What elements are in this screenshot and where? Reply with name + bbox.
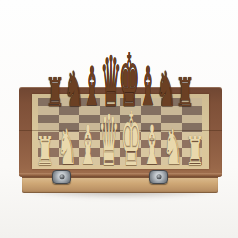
- board-square: ♞: [59, 98, 80, 106]
- board-square: ♛: [100, 98, 121, 106]
- board-square: [100, 132, 121, 140]
- board-square: [79, 106, 100, 114]
- latch-right: [149, 170, 168, 184]
- board-square: ♜: [182, 157, 203, 165]
- board-square: [182, 140, 203, 148]
- board-square: [161, 106, 182, 114]
- board-square: [38, 106, 59, 114]
- board-square: ♜: [182, 98, 203, 106]
- board-square: ♚: [120, 157, 141, 165]
- board-square: ♞: [161, 157, 182, 165]
- board-square: [100, 106, 121, 114]
- board-square: [182, 115, 203, 123]
- board-square: [59, 148, 80, 156]
- board-square: [161, 115, 182, 123]
- board-square: ♞: [161, 98, 182, 106]
- board-square: ♝: [79, 98, 100, 106]
- board-square: [141, 106, 162, 114]
- board-square: [79, 132, 100, 140]
- board-square: [79, 140, 100, 148]
- board-square: ♜: [38, 157, 59, 165]
- board-square: [120, 132, 141, 140]
- board-square: [100, 115, 121, 123]
- board-square: [141, 140, 162, 148]
- board-square: [161, 148, 182, 156]
- board-square: [79, 148, 100, 156]
- board-square: [38, 148, 59, 156]
- board-square: [79, 115, 100, 123]
- board-square: [141, 132, 162, 140]
- latch-left: [52, 170, 71, 184]
- board-square: [38, 132, 59, 140]
- chess-board: ♜♞♝♛♚♝♞♜♜♞♝♛♚♝♞♜: [38, 98, 202, 165]
- board-square: [161, 132, 182, 140]
- board-square: ♜: [38, 98, 59, 106]
- board-square: [38, 140, 59, 148]
- board-square: [120, 140, 141, 148]
- board-square: ♞: [59, 157, 80, 165]
- fold-seam: [19, 130, 222, 131]
- board-square: [59, 115, 80, 123]
- board-square: [182, 148, 203, 156]
- board-square: [59, 106, 80, 114]
- board-square: [141, 148, 162, 156]
- board-square: ♝: [141, 98, 162, 106]
- board-square: [161, 140, 182, 148]
- board-square: [120, 115, 141, 123]
- board-square: ♚: [120, 98, 141, 106]
- board-square: ♛: [100, 157, 121, 165]
- board-square: [100, 140, 121, 148]
- board-square: [100, 148, 121, 156]
- board-square: [182, 106, 203, 114]
- board-square: [59, 132, 80, 140]
- board-square: [120, 148, 141, 156]
- chess-set-photo: ♜♞♝♛♚♝♞♜♜♞♝♛♚♝♞♜: [0, 0, 238, 238]
- board-square: [59, 140, 80, 148]
- board-square: [38, 115, 59, 123]
- board-square: [141, 115, 162, 123]
- board-square: [120, 106, 141, 114]
- board-square: ♝: [79, 157, 100, 165]
- board-square: [182, 132, 203, 140]
- board-square: ♝: [141, 157, 162, 165]
